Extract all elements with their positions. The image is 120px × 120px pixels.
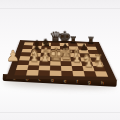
square-c1: [38, 70, 50, 76]
photo-backdrop: ♛♚♜♜♞♝♟♟♞♝♟♟♝♟♟♚♛♟♞♜♟♟ abcdefgh ♟: [0, 0, 120, 120]
square-b1: [26, 70, 39, 76]
square-d1: [50, 70, 62, 76]
white-pawn-off-board: ♟: [6, 49, 20, 64]
white-pawn-b3: ♟: [22, 53, 46, 63]
board-grid: ♛♚♜♜♞♝♟♟♞♝♟♟♝♟♟♚♛♟♞♜♟♟: [14, 42, 108, 76]
chess-board: ♛♚♜♜♞♝♟♟♞♝♟♟♝♟♟♚♛♟♞♜♟♟: [6, 40, 117, 80]
square-a1: [14, 70, 27, 76]
square-b3: ♟: [28, 61, 39, 66]
square-e1: [61, 71, 73, 77]
white-pawn-g2: ♟: [77, 59, 102, 70]
square-h1: [95, 71, 108, 77]
